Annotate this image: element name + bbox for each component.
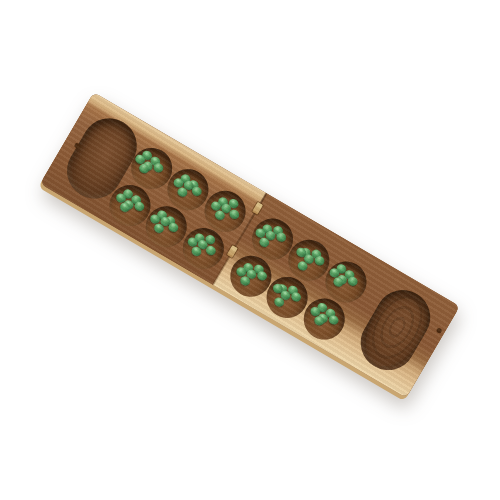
stone [256, 269, 269, 282]
stone [152, 161, 165, 174]
stone [228, 208, 241, 221]
board-shadow [0, 0, 500, 500]
stone [133, 200, 146, 213]
photo-background [0, 0, 500, 500]
mancala-board [40, 92, 460, 397]
stone [346, 275, 359, 288]
stone [204, 244, 217, 257]
stone [327, 314, 340, 327]
stone [275, 231, 288, 244]
